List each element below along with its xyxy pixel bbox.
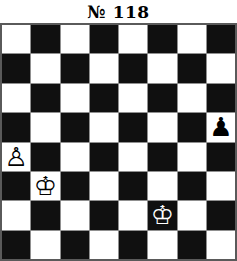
square-h7	[207, 54, 235, 82]
square-g7	[178, 54, 206, 82]
square-e8	[119, 25, 147, 53]
square-d1	[90, 231, 118, 259]
white-pawn: ♙	[4, 144, 27, 170]
square-b5	[31, 113, 59, 141]
square-f8	[148, 25, 176, 53]
square-g1	[178, 231, 206, 259]
square-f2: ♔	[148, 201, 176, 229]
square-e2	[119, 201, 147, 229]
square-h5: ♟	[207, 113, 235, 141]
square-f7	[148, 54, 176, 82]
diagram-number: № 118	[0, 0, 237, 23]
square-b1	[31, 231, 59, 259]
square-a8	[2, 25, 30, 53]
square-h4	[207, 143, 235, 171]
square-b7	[31, 54, 59, 82]
square-a4: ♙	[2, 143, 30, 171]
square-a3	[2, 172, 30, 200]
square-c4	[61, 143, 89, 171]
square-g8	[178, 25, 206, 53]
square-d4	[90, 143, 118, 171]
square-e3	[119, 172, 147, 200]
square-c5	[61, 113, 89, 141]
square-e5	[119, 113, 147, 141]
square-d5	[90, 113, 118, 141]
white-king: ♔	[34, 173, 57, 199]
square-h3	[207, 172, 235, 200]
square-b2	[31, 201, 59, 229]
chess-board: ♟♙♔♔	[0, 23, 237, 261]
square-a2	[2, 201, 30, 229]
square-b6	[31, 84, 59, 112]
square-d6	[90, 84, 118, 112]
square-d3	[90, 172, 118, 200]
square-c6	[61, 84, 89, 112]
square-f3	[148, 172, 176, 200]
chess-diagram: № 118 ♟♙♔♔	[0, 0, 237, 261]
square-h8	[207, 25, 235, 53]
square-b8	[31, 25, 59, 53]
square-g4	[178, 143, 206, 171]
square-f6	[148, 84, 176, 112]
square-b4	[31, 143, 59, 171]
square-a1	[2, 231, 30, 259]
square-h6	[207, 84, 235, 112]
square-e1	[119, 231, 147, 259]
square-h1	[207, 231, 235, 259]
square-d7	[90, 54, 118, 82]
square-e6	[119, 84, 147, 112]
square-g2	[178, 201, 206, 229]
square-d2	[90, 201, 118, 229]
square-c2	[61, 201, 89, 229]
square-c1	[61, 231, 89, 259]
square-f5	[148, 113, 176, 141]
black-pawn: ♟	[209, 114, 232, 140]
square-a6	[2, 84, 30, 112]
square-f4	[148, 143, 176, 171]
square-c7	[61, 54, 89, 82]
square-a7	[2, 54, 30, 82]
square-g6	[178, 84, 206, 112]
square-c3	[61, 172, 89, 200]
square-f1	[148, 231, 176, 259]
square-c8	[61, 25, 89, 53]
square-d8	[90, 25, 118, 53]
square-b3: ♔	[31, 172, 59, 200]
square-g5	[178, 113, 206, 141]
square-h2	[207, 201, 235, 229]
square-e7	[119, 54, 147, 82]
black-king: ♔	[151, 202, 174, 228]
square-g3	[178, 172, 206, 200]
square-e4	[119, 143, 147, 171]
square-a5	[2, 113, 30, 141]
